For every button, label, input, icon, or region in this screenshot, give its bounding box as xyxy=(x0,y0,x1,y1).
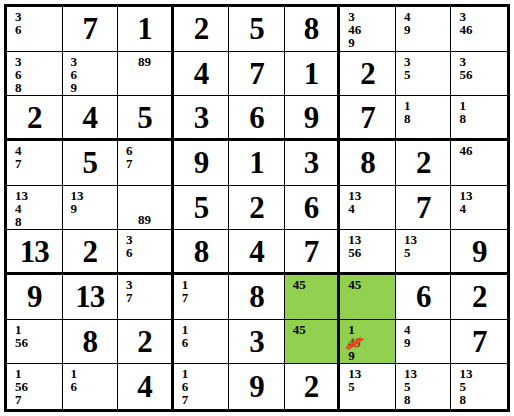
cell-r9c7[interactable]: 135 xyxy=(340,364,396,409)
big-digit: 9 xyxy=(249,371,264,402)
pencil-candidates: 9 xyxy=(404,336,451,349)
cell-r5c3[interactable]: 89 xyxy=(118,186,174,231)
cell-r8c8[interactable]: 49 xyxy=(396,320,452,365)
cell-r3c7[interactable]: 7 xyxy=(340,96,396,141)
cell-r9c8[interactable]: 1358 xyxy=(396,364,452,409)
pencil-candidates: 6 xyxy=(71,68,118,81)
cell-r9c9[interactable]: 1358 xyxy=(451,364,507,409)
cell-r5c5[interactable]: 2 xyxy=(229,186,285,231)
pencil-candidates: 1 xyxy=(459,99,507,112)
cell-r7c1[interactable]: 9 xyxy=(7,275,63,320)
cell-r7c7[interactable]: 45 xyxy=(340,275,396,320)
pencil-candidates: 13 xyxy=(404,233,451,246)
big-digit: 9 xyxy=(27,281,42,312)
cell-r4c7[interactable]: 8 xyxy=(340,141,396,186)
cell-r8c7[interactable]: 1459 xyxy=(340,320,396,365)
cell-r9c5[interactable]: 9 xyxy=(229,364,285,409)
cell-r3c1[interactable]: 2 xyxy=(7,96,63,141)
cell-r5c7[interactable]: 134 xyxy=(340,186,396,231)
pencil-candidates: 7 xyxy=(126,157,171,170)
big-digit: 5 xyxy=(249,13,264,44)
cell-r2c1[interactable]: 368 xyxy=(7,52,63,97)
cell-r5c9[interactable]: 134 xyxy=(451,186,507,231)
pencil-candidates: 13 xyxy=(348,367,395,380)
big-digit: 1 xyxy=(137,13,152,44)
pencil-candidates: 13 xyxy=(15,189,62,202)
pencil-candidates: 4 xyxy=(459,202,507,215)
cell-r1c5[interactable]: 5 xyxy=(229,7,285,52)
pencil-candidates: 6 xyxy=(71,380,118,393)
cell-r2c9[interactable]: 356 xyxy=(451,52,507,97)
cell-r5c4[interactable]: 5 xyxy=(174,186,230,231)
big-digit: 2 xyxy=(360,58,375,89)
pencil-candidates: 3 xyxy=(71,55,118,68)
cell-r1c9[interactable]: 346 xyxy=(451,7,507,52)
cell-r5c2[interactable]: 139 xyxy=(63,186,119,231)
eliminated-candidates: 45 xyxy=(347,336,362,349)
pencil-candidates: 45 xyxy=(348,336,395,349)
big-digit: 3 xyxy=(194,102,209,133)
big-digit: 3 xyxy=(304,147,319,178)
pencil-candidates: 8 xyxy=(15,81,62,94)
big-digit: 4 xyxy=(137,371,152,402)
pencil-candidates: 6 xyxy=(126,246,171,259)
big-digit: 7 xyxy=(304,236,319,267)
cell-r1c7[interactable]: 3469 xyxy=(340,7,396,52)
pencil-candidates: 9 xyxy=(71,202,118,215)
cell-r8c1[interactable]: 156 xyxy=(7,320,63,365)
cell-r2c3[interactable]: 89 xyxy=(118,52,174,97)
pencil-candidates: 7 xyxy=(126,291,171,304)
pencil-candidates: 7 xyxy=(182,291,229,304)
pencil-candidates: 5 xyxy=(404,68,451,81)
cell-r7c5[interactable]: 8 xyxy=(229,275,285,320)
big-digit: 7 xyxy=(472,326,487,357)
pencil-candidates: 89 xyxy=(118,55,171,68)
cell-r2c4[interactable]: 4 xyxy=(174,52,230,97)
big-digit: 7 xyxy=(360,102,375,133)
pencil-candidates: 45 xyxy=(348,278,395,291)
cell-r4c1[interactable]: 47 xyxy=(7,141,63,186)
cell-r6c7[interactable]: 1356 xyxy=(340,230,396,275)
big-digit: 8 xyxy=(304,13,319,44)
pencil-candidates: 1 xyxy=(182,323,229,336)
pencil-candidates: 56 xyxy=(15,336,62,349)
pencil-candidates: 6 xyxy=(182,336,229,349)
cell-r3c9[interactable]: 18 xyxy=(451,96,507,141)
big-digit: 3 xyxy=(249,326,264,357)
pencil-candidates: 5 xyxy=(459,380,507,393)
cell-r1c3[interactable]: 1 xyxy=(118,7,174,52)
big-digit: 2 xyxy=(83,236,98,267)
pencil-candidates: 1 xyxy=(404,99,451,112)
cell-r6c6[interactable]: 7 xyxy=(285,230,341,275)
pencil-candidates: 9 xyxy=(348,349,395,362)
pencil-candidates: 1 xyxy=(15,323,62,336)
cell-r1c4[interactable]: 2 xyxy=(174,7,230,52)
big-digit: 6 xyxy=(249,102,264,133)
big-digit: 9 xyxy=(304,102,319,133)
big-digit: 5 xyxy=(194,192,209,223)
cell-r5c1[interactable]: 1348 xyxy=(7,186,63,231)
cell-r6c4[interactable]: 8 xyxy=(174,230,230,275)
big-digit: 7 xyxy=(83,13,98,44)
cell-r6c9[interactable]: 9 xyxy=(451,230,507,275)
big-digit: 4 xyxy=(249,236,264,267)
cell-r7c8[interactable]: 6 xyxy=(396,275,452,320)
cell-r1c1[interactable]: 36 xyxy=(7,7,63,52)
cell-r3c2[interactable]: 4 xyxy=(63,96,119,141)
big-digit: 2 xyxy=(27,102,42,133)
cell-r4c8[interactable]: 2 xyxy=(396,141,452,186)
cell-r3c6[interactable]: 9 xyxy=(285,96,341,141)
cell-r3c4[interactable]: 3 xyxy=(174,96,230,141)
pencil-candidates: 1 xyxy=(348,323,395,336)
big-digit: 5 xyxy=(83,147,98,178)
pencil-candidates: 6 xyxy=(15,23,62,36)
pencil-candidates: 89 xyxy=(118,213,171,226)
pencil-candidates: 4 xyxy=(404,10,451,23)
pencil-candidates: 9 xyxy=(71,81,118,94)
cell-r1c8[interactable]: 49 xyxy=(396,7,452,52)
cell-r7c6[interactable]: 45 xyxy=(285,275,341,320)
cell-r2c8[interactable]: 35 xyxy=(396,52,452,97)
pencil-candidates: 7 xyxy=(182,393,229,406)
big-digit: 1 xyxy=(304,58,319,89)
pencil-candidates: 13 xyxy=(459,189,507,202)
big-digit: 7 xyxy=(249,58,264,89)
big-digit: 13 xyxy=(20,236,49,267)
big-digit: 13 xyxy=(75,281,104,312)
pencil-candidates: 1 xyxy=(71,367,118,380)
cell-r4c9[interactable]: 46 xyxy=(451,141,507,186)
cell-r4c6[interactable]: 3 xyxy=(285,141,341,186)
big-digit: 7 xyxy=(416,192,431,223)
cell-r2c2[interactable]: 369 xyxy=(63,52,119,97)
cell-r1c6[interactable]: 8 xyxy=(285,7,341,52)
pencil-candidates: 13 xyxy=(459,367,507,380)
big-digit: 2 xyxy=(249,192,264,223)
big-digit: 2 xyxy=(137,326,152,357)
cell-r8c3[interactable]: 2 xyxy=(118,320,174,365)
pencil-candidates: 46 xyxy=(348,23,395,36)
pencil-candidates: 4 xyxy=(348,202,395,215)
cell-r6c8[interactable]: 135 xyxy=(396,230,452,275)
pencil-candidates: 9 xyxy=(348,36,395,49)
cell-r3c3[interactable]: 5 xyxy=(118,96,174,141)
cell-r6c5[interactable]: 4 xyxy=(229,230,285,275)
cell-r4c2[interactable]: 5 xyxy=(63,141,119,186)
sudoku-board: 3671258346949346368369894712353562453697… xyxy=(4,4,510,412)
pencil-candidates: 8 xyxy=(459,112,507,125)
cell-r1c2[interactable]: 7 xyxy=(63,7,119,52)
cell-r7c3[interactable]: 37 xyxy=(118,275,174,320)
pencil-candidates: 8 xyxy=(459,393,507,406)
pencil-candidates: 7 xyxy=(15,157,62,170)
big-digit: 2 xyxy=(472,281,487,312)
big-digit: 9 xyxy=(194,147,209,178)
pencil-candidates: 1 xyxy=(182,367,229,380)
pencil-candidates: 56 xyxy=(459,68,507,81)
cell-r4c4[interactable]: 9 xyxy=(174,141,230,186)
pencil-candidates: 1 xyxy=(182,278,229,291)
big-digit: 2 xyxy=(194,13,209,44)
pencil-candidates: 7 xyxy=(15,393,62,406)
cell-r3c5[interactable]: 6 xyxy=(229,96,285,141)
cell-r9c4[interactable]: 167 xyxy=(174,364,230,409)
cell-r5c8[interactable]: 7 xyxy=(396,186,452,231)
pencil-candidates: 46 xyxy=(459,144,507,157)
big-digit: 5 xyxy=(137,102,152,133)
pencil-candidates: 13 xyxy=(348,189,395,202)
pencil-candidates: 13 xyxy=(404,367,451,380)
big-digit: 8 xyxy=(83,326,98,357)
pencil-candidates: 5 xyxy=(348,380,395,393)
cell-r8c4[interactable]: 16 xyxy=(174,320,230,365)
big-digit: 4 xyxy=(83,102,98,133)
cell-r6c2[interactable]: 2 xyxy=(63,230,119,275)
cell-r5c6[interactable]: 6 xyxy=(285,186,341,231)
big-digit: 8 xyxy=(249,281,264,312)
big-digit: 1 xyxy=(249,147,264,178)
big-digit: 8 xyxy=(194,236,209,267)
big-digit: 4 xyxy=(194,58,209,89)
big-digit: 8 xyxy=(360,147,375,178)
sudoku-page: 3671258346949346368369894712353562453697… xyxy=(0,0,514,416)
cell-r9c6[interactable]: 2 xyxy=(285,364,341,409)
cell-r8c6[interactable]: 45 xyxy=(285,320,341,365)
pencil-candidates: 6 xyxy=(182,380,229,393)
cell-r4c5[interactable]: 1 xyxy=(229,141,285,186)
big-digit: 2 xyxy=(304,371,319,402)
pencil-candidates: 3 xyxy=(459,55,507,68)
cell-r4c3[interactable]: 67 xyxy=(118,141,174,186)
big-digit: 9 xyxy=(472,236,487,267)
big-digit: 6 xyxy=(304,192,319,223)
pencil-candidates: 45 xyxy=(293,278,338,291)
cell-r2c6[interactable]: 1 xyxy=(285,52,341,97)
cell-r2c5[interactable]: 7 xyxy=(229,52,285,97)
cell-r7c9[interactable]: 2 xyxy=(451,275,507,320)
pencil-candidates: 4 xyxy=(404,323,451,336)
cell-r7c4[interactable]: 17 xyxy=(174,275,230,320)
cell-r6c1[interactable]: 13 xyxy=(7,230,63,275)
pencil-candidates: 3 xyxy=(404,55,451,68)
pencil-candidates: 5 xyxy=(404,380,451,393)
cell-r9c3[interactable]: 4 xyxy=(118,364,174,409)
cell-r3c8[interactable]: 18 xyxy=(396,96,452,141)
cell-r9c1[interactable]: 1567 xyxy=(7,364,63,409)
big-digit: 2 xyxy=(416,147,431,178)
cell-r7c2[interactable]: 13 xyxy=(63,275,119,320)
pencil-candidates: 4 xyxy=(15,202,62,215)
pencil-candidates: 9 xyxy=(404,23,451,36)
pencil-candidates: 8 xyxy=(404,393,451,406)
pencil-candidates: 8 xyxy=(404,112,451,125)
pencil-candidates: 8 xyxy=(15,215,62,228)
pencil-candidates: 3 xyxy=(15,55,62,68)
cell-r8c2[interactable]: 8 xyxy=(63,320,119,365)
cell-r9c2[interactable]: 16 xyxy=(63,364,119,409)
pencil-candidates: 45 xyxy=(293,323,338,336)
pencil-candidates: 6 xyxy=(15,68,62,81)
cell-r8c9[interactable]: 7 xyxy=(451,320,507,365)
pencil-candidates: 56 xyxy=(348,246,395,259)
big-digit: 6 xyxy=(416,281,431,312)
cell-r2c7[interactable]: 2 xyxy=(340,52,396,97)
pencil-candidates: 13 xyxy=(71,189,118,202)
pencil-candidates: 46 xyxy=(459,23,507,36)
cell-r8c5[interactable]: 3 xyxy=(229,320,285,365)
pencil-candidates: 5 xyxy=(404,246,451,259)
cell-r6c3[interactable]: 36 xyxy=(118,230,174,275)
